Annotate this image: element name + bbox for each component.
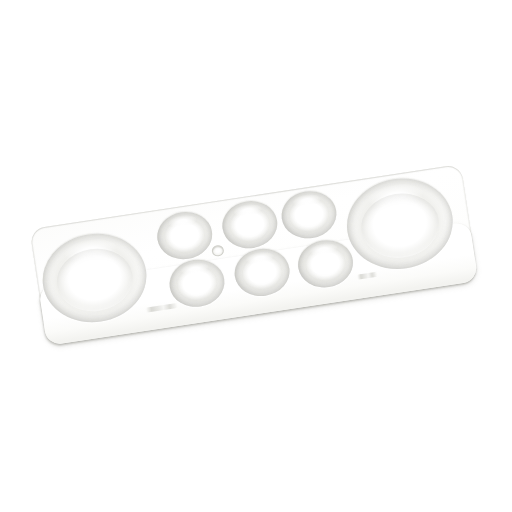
wells-container (30, 164, 477, 334)
well-large-left (37, 227, 153, 330)
molded-ring-mark (211, 244, 225, 257)
embossed-mold-marking-left (146, 303, 178, 313)
product-photo-canvas (0, 0, 512, 512)
well-small-bottom-3 (295, 236, 356, 291)
well-small-bottom-2 (231, 245, 292, 300)
well-large-right (341, 171, 459, 276)
page-background: { "scene": { "type": "product-photograph… (0, 0, 512, 512)
well-small-top-2 (219, 197, 280, 252)
well-small-top-1 (154, 208, 215, 263)
paint-palette-tray (30, 164, 477, 334)
well-small-top-3 (278, 187, 339, 242)
embossed-mold-marking-right (357, 272, 378, 280)
